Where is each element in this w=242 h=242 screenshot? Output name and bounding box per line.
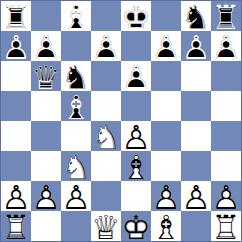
white-pawn-fill: ♟ bbox=[61, 182, 91, 212]
square-e4[interactable]: ♟♙ bbox=[121, 121, 151, 151]
square-f6[interactable] bbox=[151, 61, 181, 91]
square-c6[interactable]: ♞♘ bbox=[61, 61, 91, 91]
white-rook-icon: ♜♖ bbox=[1, 211, 31, 241]
black-pawn-icon: ♟♙ bbox=[121, 61, 151, 91]
white-knight-outline: ♘ bbox=[91, 122, 121, 152]
square-g1[interactable] bbox=[181, 211, 211, 241]
white-pawn-icon: ♟♙ bbox=[211, 181, 241, 211]
white-king-icon: ♚♔ bbox=[121, 211, 151, 241]
square-g8[interactable]: ♞♘ bbox=[181, 1, 211, 31]
square-g2[interactable]: ♟♙ bbox=[181, 181, 211, 211]
white-king-fill: ♚ bbox=[121, 212, 151, 242]
black-bishop-icon: ♝♗ bbox=[61, 91, 91, 121]
black-king-icon: ♚♔ bbox=[121, 1, 151, 31]
square-d2[interactable] bbox=[91, 181, 121, 211]
square-a2[interactable]: ♟♙ bbox=[1, 181, 31, 211]
white-queen-icon: ♛♕ bbox=[91, 211, 121, 241]
white-bishop-fill: ♝ bbox=[151, 212, 181, 242]
black-rook-icon: ♜♖ bbox=[211, 1, 241, 31]
black-pawn-outline: ♙ bbox=[181, 32, 211, 62]
square-b8[interactable] bbox=[31, 1, 61, 31]
square-c5[interactable]: ♝♗ bbox=[61, 91, 91, 121]
black-pawn-fill: ♟ bbox=[1, 32, 31, 62]
square-g7[interactable]: ♟♙ bbox=[181, 31, 211, 61]
white-pawn-outline: ♙ bbox=[121, 122, 151, 152]
black-pawn-icon: ♟♙ bbox=[91, 31, 121, 61]
black-queen-outline: ♕ bbox=[31, 62, 61, 92]
black-pawn-icon: ♟♙ bbox=[151, 31, 181, 61]
white-knight-icon: ♞♘ bbox=[61, 151, 91, 181]
black-bishop-fill: ♝ bbox=[61, 92, 91, 122]
square-h2[interactable]: ♟♙ bbox=[211, 181, 241, 211]
white-knight-fill: ♞ bbox=[61, 152, 91, 182]
white-pawn-icon: ♟♙ bbox=[121, 121, 151, 151]
white-pawn-icon: ♟♙ bbox=[181, 181, 211, 211]
square-g4[interactable] bbox=[181, 121, 211, 151]
square-d8[interactable] bbox=[91, 1, 121, 31]
square-b4[interactable] bbox=[31, 121, 61, 151]
square-f5[interactable] bbox=[151, 91, 181, 121]
white-bishop-outline: ♗ bbox=[121, 152, 151, 182]
black-pawn-icon: ♟♙ bbox=[181, 31, 211, 61]
square-f7[interactable]: ♟♙ bbox=[151, 31, 181, 61]
black-queen-fill: ♛ bbox=[31, 62, 61, 92]
square-e7[interactable] bbox=[121, 31, 151, 61]
square-b2[interactable]: ♟♙ bbox=[31, 181, 61, 211]
white-pawn-outline: ♙ bbox=[1, 182, 31, 212]
white-bishop-icon: ♝♗ bbox=[151, 211, 181, 241]
square-c3[interactable]: ♞♘ bbox=[61, 151, 91, 181]
square-c4[interactable] bbox=[61, 121, 91, 151]
square-e5[interactable] bbox=[121, 91, 151, 121]
square-a6[interactable] bbox=[1, 61, 31, 91]
black-pawn-icon: ♟♙ bbox=[1, 31, 31, 61]
white-pawn-fill: ♟ bbox=[181, 182, 211, 212]
chess-board: ♜♖♝♗♚♔♞♘♜♖♟♙♟♙♟♙♟♙♟♙♟♙♛♕♞♘♟♙♝♗♞♘♟♙♞♘♝♗♟♙… bbox=[0, 0, 242, 242]
square-e8[interactable]: ♚♔ bbox=[121, 1, 151, 31]
square-c7[interactable] bbox=[61, 31, 91, 61]
square-b1[interactable] bbox=[31, 211, 61, 241]
black-pawn-outline: ♙ bbox=[121, 62, 151, 92]
square-h3[interactable] bbox=[211, 151, 241, 181]
square-f8[interactable] bbox=[151, 1, 181, 31]
black-bishop-outline: ♗ bbox=[61, 2, 91, 32]
black-pawn-icon: ♟♙ bbox=[31, 31, 61, 61]
white-rook-outline: ♖ bbox=[1, 212, 31, 242]
black-pawn-outline: ♙ bbox=[211, 32, 241, 62]
square-d3[interactable] bbox=[91, 151, 121, 181]
square-f1[interactable]: ♝♗ bbox=[151, 211, 181, 241]
square-e2[interactable] bbox=[121, 181, 151, 211]
black-king-outline: ♔ bbox=[121, 2, 151, 32]
white-rook-outline: ♖ bbox=[211, 212, 241, 242]
white-pawn-outline: ♙ bbox=[211, 182, 241, 212]
white-pawn-outline: ♙ bbox=[61, 182, 91, 212]
square-h8[interactable]: ♜♖ bbox=[211, 1, 241, 31]
square-d6[interactable] bbox=[91, 61, 121, 91]
white-bishop-icon: ♝♗ bbox=[121, 151, 151, 181]
black-rook-outline: ♖ bbox=[1, 2, 31, 32]
white-pawn-icon: ♟♙ bbox=[31, 181, 61, 211]
white-pawn-outline: ♙ bbox=[151, 182, 181, 212]
square-d4[interactable]: ♞♘ bbox=[91, 121, 121, 151]
white-knight-icon: ♞♘ bbox=[91, 121, 121, 151]
square-d5[interactable] bbox=[91, 91, 121, 121]
square-b6[interactable]: ♛♕ bbox=[31, 61, 61, 91]
black-knight-outline: ♘ bbox=[61, 62, 91, 92]
black-bishop-outline: ♗ bbox=[61, 92, 91, 122]
black-king-fill: ♚ bbox=[121, 2, 151, 32]
white-queen-outline: ♕ bbox=[91, 212, 121, 242]
white-knight-fill: ♞ bbox=[91, 122, 121, 152]
square-a5[interactable] bbox=[1, 91, 31, 121]
white-pawn-outline: ♙ bbox=[181, 182, 211, 212]
square-f2[interactable]: ♟♙ bbox=[151, 181, 181, 211]
square-e1[interactable]: ♚♔ bbox=[121, 211, 151, 241]
square-e6[interactable]: ♟♙ bbox=[121, 61, 151, 91]
black-pawn-outline: ♙ bbox=[91, 32, 121, 62]
black-knight-outline: ♘ bbox=[181, 2, 211, 32]
square-b5[interactable] bbox=[31, 91, 61, 121]
square-h4[interactable] bbox=[211, 121, 241, 151]
white-bishop-fill: ♝ bbox=[121, 152, 151, 182]
white-knight-outline: ♘ bbox=[61, 152, 91, 182]
square-d7[interactable]: ♟♙ bbox=[91, 31, 121, 61]
black-pawn-fill: ♟ bbox=[31, 32, 61, 62]
black-rook-icon: ♜♖ bbox=[1, 1, 31, 31]
black-pawn-outline: ♙ bbox=[31, 32, 61, 62]
square-a1[interactable]: ♜♖ bbox=[1, 211, 31, 241]
black-rook-outline: ♖ bbox=[211, 2, 241, 32]
white-pawn-fill: ♟ bbox=[31, 182, 61, 212]
white-pawn-outline: ♙ bbox=[31, 182, 61, 212]
square-a8[interactable]: ♜♖ bbox=[1, 1, 31, 31]
square-g5[interactable] bbox=[181, 91, 211, 121]
black-pawn-fill: ♟ bbox=[91, 32, 121, 62]
black-pawn-fill: ♟ bbox=[151, 32, 181, 62]
square-d1[interactable]: ♛♕ bbox=[91, 211, 121, 241]
square-c8[interactable]: ♝♗ bbox=[61, 1, 91, 31]
white-rook-fill: ♜ bbox=[211, 212, 241, 242]
square-a4[interactable] bbox=[1, 121, 31, 151]
square-h5[interactable] bbox=[211, 91, 241, 121]
black-rook-fill: ♜ bbox=[211, 2, 241, 32]
black-bishop-fill: ♝ bbox=[61, 2, 91, 32]
white-queen-fill: ♛ bbox=[91, 212, 121, 242]
square-f3[interactable] bbox=[151, 151, 181, 181]
white-pawn-fill: ♟ bbox=[121, 122, 151, 152]
white-rook-fill: ♜ bbox=[1, 212, 31, 242]
white-pawn-icon: ♟♙ bbox=[1, 181, 31, 211]
black-pawn-outline: ♙ bbox=[1, 32, 31, 62]
black-pawn-fill: ♟ bbox=[211, 32, 241, 62]
square-a7[interactable]: ♟♙ bbox=[1, 31, 31, 61]
white-pawn-icon: ♟♙ bbox=[61, 181, 91, 211]
white-pawn-fill: ♟ bbox=[1, 182, 31, 212]
white-pawn-fill: ♟ bbox=[151, 182, 181, 212]
square-a3[interactable] bbox=[1, 151, 31, 181]
square-e3[interactable]: ♝♗ bbox=[121, 151, 151, 181]
white-pawn-icon: ♟♙ bbox=[151, 181, 181, 211]
square-b3[interactable] bbox=[31, 151, 61, 181]
white-rook-icon: ♜♖ bbox=[211, 211, 241, 241]
black-pawn-fill: ♟ bbox=[121, 62, 151, 92]
black-pawn-icon: ♟♙ bbox=[211, 31, 241, 61]
square-h7[interactable]: ♟♙ bbox=[211, 31, 241, 61]
square-h6[interactable] bbox=[211, 61, 241, 91]
black-knight-fill: ♞ bbox=[61, 62, 91, 92]
black-rook-fill: ♜ bbox=[1, 2, 31, 32]
white-bishop-outline: ♗ bbox=[151, 212, 181, 242]
square-c2[interactable]: ♟♙ bbox=[61, 181, 91, 211]
square-h1[interactable]: ♜♖ bbox=[211, 211, 241, 241]
black-bishop-icon: ♝♗ bbox=[61, 1, 91, 31]
black-knight-icon: ♞♘ bbox=[61, 61, 91, 91]
square-f4[interactable] bbox=[151, 121, 181, 151]
black-knight-icon: ♞♘ bbox=[181, 1, 211, 31]
white-pawn-fill: ♟ bbox=[211, 182, 241, 212]
square-g3[interactable] bbox=[181, 151, 211, 181]
square-c1[interactable] bbox=[61, 211, 91, 241]
square-b7[interactable]: ♟♙ bbox=[31, 31, 61, 61]
black-knight-fill: ♞ bbox=[181, 2, 211, 32]
square-g6[interactable] bbox=[181, 61, 211, 91]
black-pawn-outline: ♙ bbox=[151, 32, 181, 62]
black-queen-icon: ♛♕ bbox=[31, 61, 61, 91]
white-king-outline: ♔ bbox=[121, 212, 151, 242]
black-pawn-fill: ♟ bbox=[181, 32, 211, 62]
